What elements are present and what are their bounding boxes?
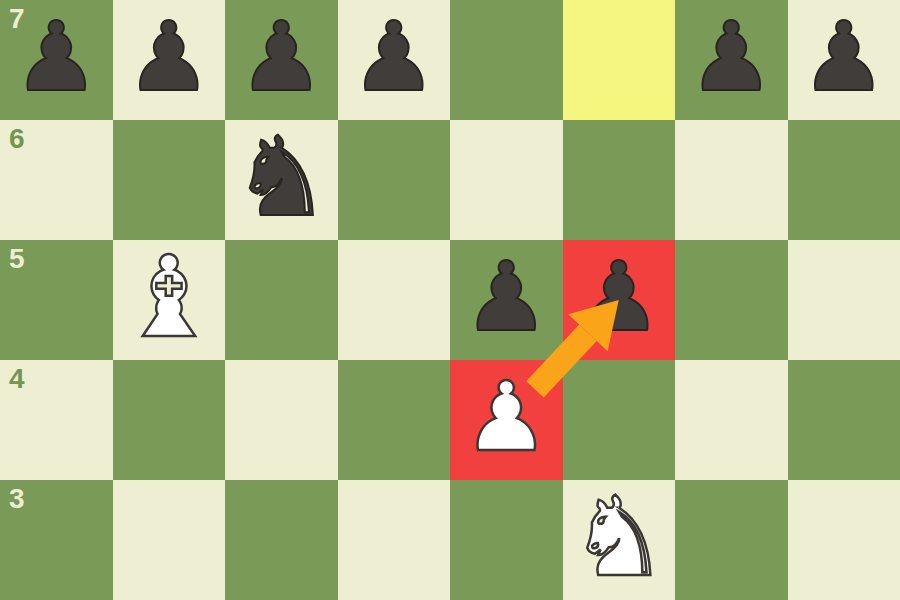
piece-black-pawn-g7[interactable]: ♟ <box>688 9 774 105</box>
square-g3[interactable] <box>675 480 788 600</box>
square-e3[interactable] <box>450 480 563 600</box>
square-d3[interactable] <box>338 480 451 600</box>
square-b4[interactable] <box>113 360 226 480</box>
square-c4[interactable] <box>225 360 338 480</box>
piece-black-knight-c6[interactable]: ♞ <box>232 122 331 232</box>
square-a6[interactable]: 6 <box>0 120 113 240</box>
square-g4[interactable] <box>675 360 788 480</box>
square-a7[interactable]: 7♟ <box>0 0 113 120</box>
square-a4[interactable]: 4 <box>0 360 113 480</box>
square-g6[interactable] <box>675 120 788 240</box>
piece-black-pawn-d7[interactable]: ♟ <box>351 9 437 105</box>
square-h4[interactable] <box>788 360 900 480</box>
chess-board: 7♟♟♟♟♟♟6♞5♝♟♟4♟3♞ <box>0 0 900 600</box>
square-f3[interactable]: ♞ <box>563 480 676 600</box>
piece-black-pawn-e5[interactable]: ♟ <box>463 249 549 345</box>
square-e5[interactable]: ♟ <box>450 240 563 360</box>
square-b3[interactable] <box>113 480 226 600</box>
square-d7[interactable]: ♟ <box>338 0 451 120</box>
rank-label-5: 5 <box>9 245 25 273</box>
square-d5[interactable] <box>338 240 451 360</box>
piece-black-pawn-b7[interactable]: ♟ <box>126 9 212 105</box>
square-d6[interactable] <box>338 120 451 240</box>
square-h6[interactable] <box>788 120 900 240</box>
rank-label-4: 4 <box>9 365 25 393</box>
square-e7[interactable] <box>450 0 563 120</box>
square-c5[interactable] <box>225 240 338 360</box>
square-b7[interactable]: ♟ <box>113 0 226 120</box>
piece-black-pawn-a7[interactable]: ♟ <box>13 9 99 105</box>
rank-label-3: 3 <box>9 485 25 513</box>
square-g7[interactable]: ♟ <box>675 0 788 120</box>
square-e4[interactable]: ♟ <box>450 360 563 480</box>
square-c3[interactable] <box>225 480 338 600</box>
square-f4[interactable] <box>563 360 676 480</box>
piece-black-pawn-c7[interactable]: ♟ <box>238 9 324 105</box>
square-f5[interactable]: ♟ <box>563 240 676 360</box>
square-h5[interactable] <box>788 240 900 360</box>
square-a3[interactable]: 3 <box>0 480 113 600</box>
square-a5[interactable]: 5 <box>0 240 113 360</box>
piece-black-pawn-f5[interactable]: ♟ <box>576 249 662 345</box>
square-g5[interactable] <box>675 240 788 360</box>
square-e6[interactable] <box>450 120 563 240</box>
square-b5[interactable]: ♝ <box>113 240 226 360</box>
piece-white-knight-f3[interactable]: ♞ <box>569 482 668 592</box>
chess-board-view: 7♟♟♟♟♟♟6♞5♝♟♟4♟3♞ <box>0 0 900 600</box>
square-b6[interactable] <box>113 120 226 240</box>
piece-white-bishop-b5[interactable]: ♝ <box>119 241 219 353</box>
square-c6[interactable]: ♞ <box>225 120 338 240</box>
square-h7[interactable]: ♟ <box>788 0 900 120</box>
square-f7[interactable] <box>563 0 676 120</box>
square-h3[interactable] <box>788 480 900 600</box>
square-c7[interactable]: ♟ <box>225 0 338 120</box>
rank-label-6: 6 <box>9 125 25 153</box>
piece-white-pawn-e4[interactable]: ♟ <box>463 369 549 465</box>
piece-black-pawn-h7[interactable]: ♟ <box>801 9 887 105</box>
square-f6[interactable] <box>563 120 676 240</box>
square-d4[interactable] <box>338 360 451 480</box>
